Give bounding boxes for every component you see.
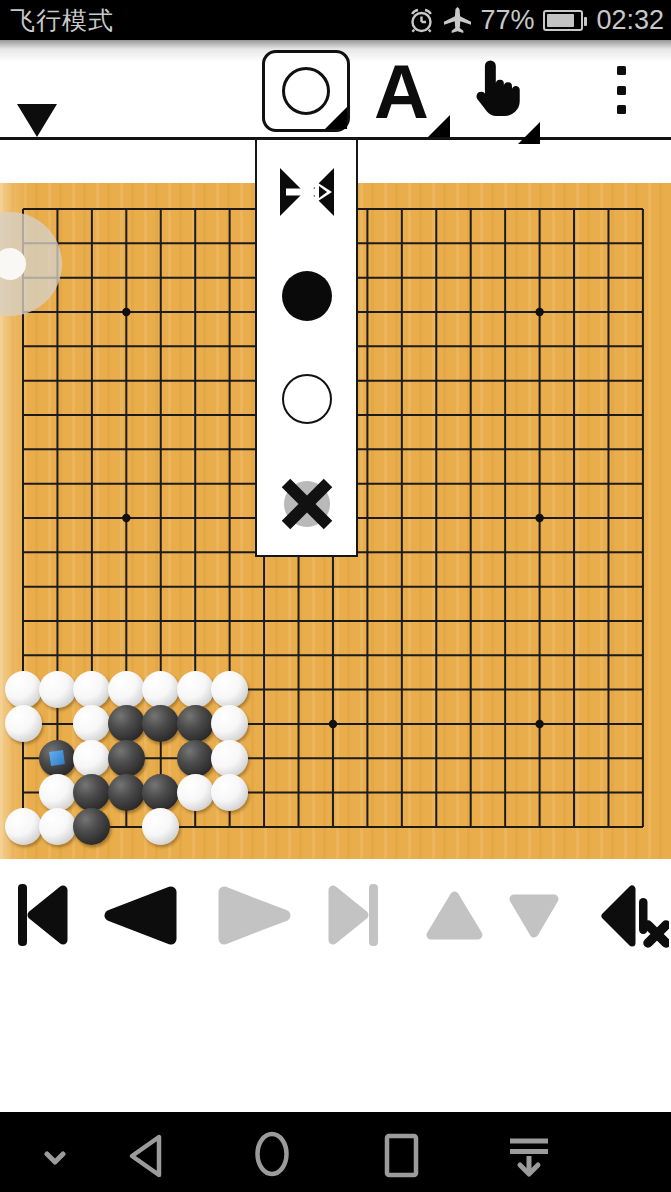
black-stone-icon [282,271,332,321]
hoshi-point [122,308,130,316]
erase-x-icon [277,475,337,531]
hide-panel-button[interactable] [509,1138,549,1184]
recents-button[interactable] [384,1133,420,1183]
stone-white[interactable] [211,774,248,811]
alarm-icon [408,7,435,34]
stone-black[interactable] [39,740,76,777]
sound-off-button[interactable] [601,883,669,953]
stone-white[interactable] [211,671,248,708]
recents-square-icon [384,1133,420,1179]
back-button[interactable] [128,1133,164,1183]
variation-down-button[interactable] [507,893,561,945]
edit-toolbar: A [0,40,671,140]
airplane-icon [444,7,471,34]
stone-white[interactable] [211,740,248,777]
status-bar: 飞行模式 77% 02:32 [0,0,671,40]
hoshi-point [535,720,543,728]
hoshi-point [535,308,543,316]
blue-square-marker [50,750,66,766]
stone-white[interactable] [39,671,76,708]
submenu-corner-icon [428,115,450,137]
hoshi-point [535,514,543,522]
home-circle-icon [253,1129,291,1179]
back-triangle-icon [128,1133,164,1179]
battery-percent: 77% [480,5,534,36]
stone-black[interactable] [108,740,145,777]
hand-pointer-icon [468,58,520,118]
hoshi-point [329,720,337,728]
white-stone-icon [282,374,332,424]
skip-to-end-button[interactable] [327,883,379,951]
skip-to-end-icon [327,883,379,947]
collapse-panel-button[interactable] [17,104,57,137]
three-dots-icon [617,66,626,75]
stone-white[interactable] [108,671,145,708]
airplane-mode-label: 飞行模式 [10,4,114,37]
home-button[interactable] [253,1129,291,1183]
stone-white[interactable] [39,774,76,811]
variation-up-icon [424,889,485,942]
hide-panel-icon [509,1138,549,1180]
collapse-chevron-button[interactable] [44,1151,66,1169]
phone-screen: { "game": "go", "position": { "format": … [0,0,671,1192]
sound-off-icon [601,883,669,949]
stone-white[interactable] [73,740,110,777]
pointer-tool-button[interactable] [468,58,543,136]
menu-item-alternate-move[interactable] [257,140,356,244]
stone-white[interactable] [5,705,42,742]
stone-black[interactable] [177,740,214,777]
overflow-menu-button[interactable] [611,66,631,114]
step-back-button[interactable] [100,884,178,951]
label-tool-button[interactable]: A [374,52,444,132]
step-back-icon [100,884,178,947]
battery-icon [543,10,583,31]
variation-up-button[interactable] [424,889,485,946]
android-nav-bar [0,1112,671,1192]
menu-item-erase-stone[interactable] [257,451,356,555]
hoshi-point [122,514,130,522]
white-stone-icon [282,67,330,115]
stone-black[interactable] [177,705,214,742]
stone-tool-button[interactable] [262,50,350,132]
submenu-corner-icon [518,122,540,144]
label-a-icon: A [374,49,429,134]
stone-black[interactable] [108,774,145,811]
skip-to-start-icon [17,883,69,947]
stone-black[interactable] [108,705,145,742]
clock-time: 02:32 [596,5,664,36]
stone-tool-dropdown [255,138,358,557]
chevron-down-icon [44,1151,66,1165]
skip-to-start-button[interactable] [17,883,69,951]
step-forward-icon [217,884,295,947]
alternate-colors-icon [278,167,336,217]
stone-white[interactable] [177,671,214,708]
menu-item-black-stone[interactable] [257,244,356,348]
stone-white[interactable] [177,774,214,811]
playback-controls [0,859,671,1112]
menu-item-white-stone[interactable] [257,348,356,452]
variation-down-icon [507,893,561,941]
submenu-corner-icon [325,107,347,129]
stone-white[interactable] [5,808,42,845]
stone-white[interactable] [5,671,42,708]
step-forward-button[interactable] [217,884,295,951]
